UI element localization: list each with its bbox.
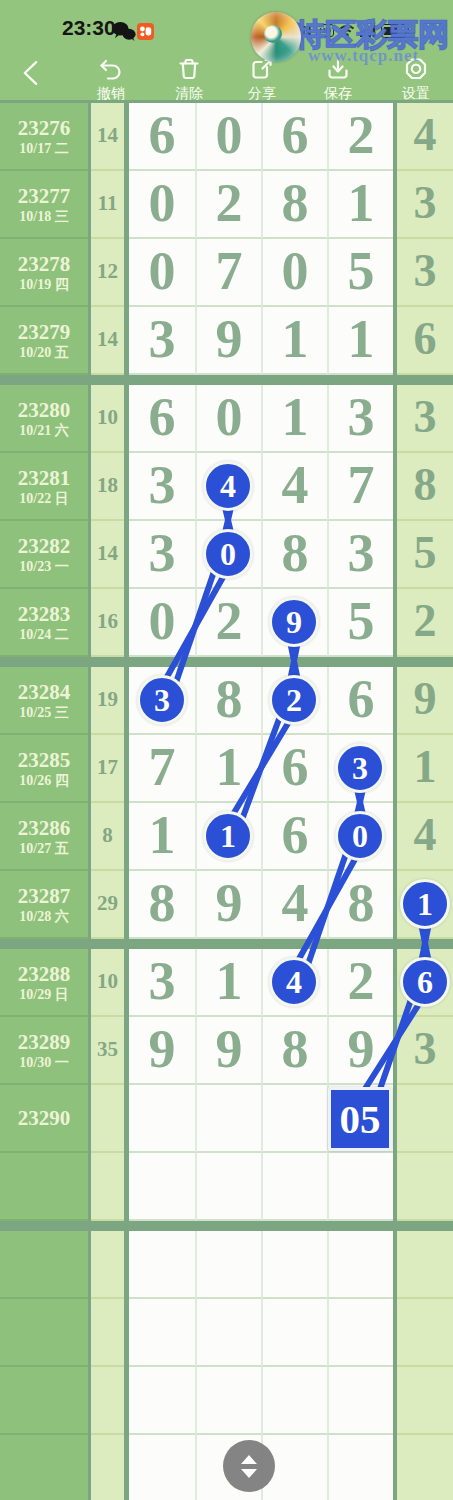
digit-cell[interactable] <box>129 1299 195 1367</box>
digit-cell[interactable]: 8 <box>261 171 327 239</box>
date-label: 10/19 四 <box>19 276 68 293</box>
table-row <box>0 1367 453 1435</box>
period-label: 23286 <box>18 816 71 840</box>
digit-cell[interactable]: 6 <box>129 385 195 453</box>
sum-cell: 14 <box>91 521 124 589</box>
period-cell: 2327810/19 四 <box>0 239 88 307</box>
date-label: 10/25 三 <box>19 704 68 721</box>
undo-icon <box>79 56 143 82</box>
date-label: 10/30 一 <box>19 1054 68 1071</box>
digit-cell[interactable] <box>129 1231 195 1299</box>
sum-cell <box>91 1153 124 1221</box>
table-row <box>0 1231 453 1299</box>
digit-cell[interactable]: 2 <box>327 949 393 1017</box>
tail-cell[interactable] <box>397 1153 453 1221</box>
period-cell: 2328810/29 日 <box>0 949 88 1017</box>
digit-cell[interactable]: 1 <box>327 171 393 239</box>
date-label: 10/17 二 <box>19 140 68 157</box>
tail-cell[interactable] <box>397 1435 453 1500</box>
table-row: 2328910/30 一3599893 <box>0 1017 453 1085</box>
period-cell: 2327910/20 五 <box>0 307 88 375</box>
digit-cell[interactable]: 7 <box>129 735 195 803</box>
tail-cell[interactable]: 9 <box>397 667 453 735</box>
digit-cell[interactable]: 9 <box>195 871 261 939</box>
period-cell <box>0 1435 88 1500</box>
period-cell: 2328910/30 一 <box>0 1017 88 1085</box>
sum-cell: 19 <box>91 667 124 735</box>
digit-cell[interactable]: 3 <box>129 949 195 1017</box>
period-cell <box>0 1299 88 1367</box>
trash-icon <box>157 56 221 82</box>
digit-cell[interactable] <box>195 1299 261 1367</box>
annotation-circle[interactable]: 0 <box>203 529 253 579</box>
period-label: 23278 <box>18 252 71 276</box>
digit-cell[interactable]: 4 <box>261 871 327 939</box>
sum-cell: 12 <box>91 239 124 307</box>
period-label: 23287 <box>18 884 71 908</box>
digit-cell[interactable] <box>195 1367 261 1435</box>
annotation-circle[interactable]: 2 <box>269 675 319 725</box>
period-cell <box>0 1367 88 1435</box>
scroll-handle[interactable] <box>223 1440 275 1492</box>
sum-cell: 35 <box>91 1017 124 1085</box>
table-row: 2328310/24 二1602952 <box>0 589 453 657</box>
digit-cell[interactable]: 6 <box>327 667 393 735</box>
share-button[interactable]: 分享 <box>230 56 294 103</box>
digit-cell[interactable]: 8 <box>195 667 261 735</box>
digit-cell[interactable]: 1 <box>261 307 327 375</box>
watermark-url: www.tqcp.net <box>308 46 419 66</box>
digit-cell[interactable] <box>327 1153 393 1221</box>
digit-cell[interactable]: 0 <box>261 239 327 307</box>
digit-cell[interactable]: 8 <box>261 521 327 589</box>
table-row <box>0 1153 453 1221</box>
kuaishou-icon <box>137 23 154 40</box>
annotation-circle[interactable]: 3 <box>335 743 385 793</box>
annotation-circle[interactable]: 3 <box>137 675 187 725</box>
period-cell: 2328310/24 二 <box>0 589 88 657</box>
table-row: 2327910/20 五1439116 <box>0 307 453 375</box>
annotation-circle[interactable]: 0 <box>335 811 385 861</box>
sum-cell: 16 <box>91 589 124 657</box>
period-cell: 2328210/23 一 <box>0 521 88 589</box>
digit-cell[interactable]: 0 <box>129 589 195 657</box>
sum-cell: 29 <box>91 871 124 939</box>
digit-cell[interactable] <box>129 1153 195 1221</box>
sum-cell: 18 <box>91 453 124 521</box>
digit-cell[interactable]: 1 <box>195 735 261 803</box>
digit-cell[interactable] <box>327 1231 393 1299</box>
period-cell <box>0 1153 88 1221</box>
period-label: 23280 <box>18 398 71 422</box>
table-row: 2328510/26 四1771631 <box>0 735 453 803</box>
table-row: 2328810/29 日1031426 <box>0 949 453 1017</box>
annotation-box[interactable]: 05 <box>328 1087 392 1151</box>
sum-cell: 17 <box>91 735 124 803</box>
table-row: 2328410/25 三1938269 <box>0 667 453 735</box>
date-label: 10/29 日 <box>19 986 68 1003</box>
tail-cell[interactable] <box>397 1085 453 1153</box>
sum-cell <box>91 1367 124 1435</box>
table-row: 2328010/21 六1060133 <box>0 385 453 453</box>
group-separator <box>0 939 453 949</box>
period-cell: 2327710/18 三 <box>0 171 88 239</box>
annotation-circle[interactable]: 9 <box>269 597 319 647</box>
digit-cell[interactable] <box>129 1435 195 1500</box>
sum-cell: 10 <box>91 385 124 453</box>
sum-cell: 14 <box>91 103 124 171</box>
date-label: 10/22 日 <box>19 490 68 507</box>
digit-cell[interactable] <box>261 1231 327 1299</box>
tail-cell[interactable]: 5 <box>397 521 453 589</box>
group-separator <box>0 1221 453 1231</box>
digit-cell[interactable]: 8 <box>261 1017 327 1085</box>
tail-cell[interactable]: 4 <box>397 803 453 871</box>
tail-cell[interactable]: 2 <box>397 589 453 657</box>
digit-cell[interactable]: 5 <box>327 239 393 307</box>
period-label: 23283 <box>18 602 71 626</box>
date-label: 10/20 五 <box>19 344 68 361</box>
tail-cell[interactable]: 3 <box>397 1017 453 1085</box>
annotation-circle[interactable]: 4 <box>269 957 319 1007</box>
period-label: 23290 <box>18 1106 71 1130</box>
period-cell: 2328610/27 五 <box>0 803 88 871</box>
clear-button[interactable]: 清除 <box>157 56 221 103</box>
period-cell: 2328710/28 六 <box>0 871 88 939</box>
tail-cell[interactable] <box>397 1367 453 1435</box>
digit-cell[interactable] <box>195 1153 261 1221</box>
digit-cell[interactable]: 3 <box>129 453 195 521</box>
digit-cell[interactable]: 8 <box>129 871 195 939</box>
digit-cell[interactable]: 8 <box>327 871 393 939</box>
date-label: 10/27 五 <box>19 840 68 857</box>
table-row: 2327810/19 四1207053 <box>0 239 453 307</box>
group-separator <box>0 375 453 385</box>
digit-cell[interactable] <box>327 1435 393 1500</box>
digit-cell[interactable]: 2 <box>195 589 261 657</box>
clock: 23:30 <box>62 16 116 40</box>
digit-cell[interactable]: 3 <box>129 521 195 589</box>
digit-cell[interactable]: 0 <box>129 171 195 239</box>
table-row: 2327710/18 三1102813 <box>0 171 453 239</box>
date-label: 10/18 三 <box>19 208 68 225</box>
digit-cell[interactable]: 2 <box>327 103 393 171</box>
tqcp-logo <box>251 12 301 62</box>
annotation-circle[interactable]: 6 <box>400 957 450 1007</box>
digit-cell[interactable] <box>261 1085 327 1153</box>
digit-cell[interactable]: 1 <box>327 307 393 375</box>
period-label: 23288 <box>18 962 71 986</box>
digit-cell[interactable]: 7 <box>327 453 393 521</box>
sum-cell: 14 <box>91 307 124 375</box>
digit-cell[interactable]: 9 <box>327 1017 393 1085</box>
period-label: 23276 <box>18 116 71 140</box>
sum-cell: 8 <box>91 803 124 871</box>
group-separator <box>0 657 453 667</box>
period-cell: 2327610/17 二 <box>0 103 88 171</box>
digit-cell[interactable] <box>195 1231 261 1299</box>
digit-cell[interactable]: 0 <box>129 239 195 307</box>
digit-cell[interactable] <box>261 1299 327 1367</box>
digit-cell[interactable]: 7 <box>195 239 261 307</box>
sum-cell <box>91 1435 124 1500</box>
period-cell: 2328110/22 日 <box>0 453 88 521</box>
trend-table: 2327610/17 二14606242327710/18 三110281323… <box>0 103 453 1500</box>
annotation-circle[interactable]: 1 <box>400 879 450 929</box>
tail-cell[interactable]: 4 <box>397 103 453 171</box>
digit-cell[interactable]: 6 <box>261 803 327 871</box>
period-label: 23279 <box>18 320 71 344</box>
digit-cell[interactable]: 3 <box>327 385 393 453</box>
table-row: 2327610/17 二1460624 <box>0 103 453 171</box>
period-label: 23277 <box>18 184 71 208</box>
period-label: 23282 <box>18 534 71 558</box>
arrow-down-icon <box>241 1469 257 1478</box>
digit-cell[interactable]: 3 <box>327 521 393 589</box>
period-cell: 2328010/21 六 <box>0 385 88 453</box>
digit-cell[interactable]: 6 <box>261 735 327 803</box>
digit-cell[interactable] <box>261 1367 327 1435</box>
digit-cell[interactable]: 0 <box>195 385 261 453</box>
date-label: 10/23 一 <box>19 558 68 575</box>
digit-cell[interactable] <box>327 1367 393 1435</box>
annotation-circle[interactable]: 1 <box>203 811 253 861</box>
period-cell: 23290 <box>0 1085 88 1153</box>
tail-cell[interactable]: 3 <box>397 171 453 239</box>
date-label: 10/28 六 <box>19 908 68 925</box>
digit-cell[interactable] <box>129 1367 195 1435</box>
digit-cell[interactable] <box>261 1153 327 1221</box>
undo-button[interactable]: 撤销 <box>79 56 143 103</box>
period-label: 23285 <box>18 748 71 772</box>
period-cell: 2328410/25 三 <box>0 667 88 735</box>
digit-cell[interactable]: 3 <box>129 307 195 375</box>
annotation-circle[interactable]: 4 <box>203 461 253 511</box>
wechat-icon <box>111 21 137 46</box>
app-screen: 23:30 N HD 特区彩票网 www <box>0 0 453 1500</box>
digit-cell[interactable]: 9 <box>195 307 261 375</box>
date-label: 10/24 二 <box>19 626 68 643</box>
digit-cell[interactable]: 5 <box>327 589 393 657</box>
table-row: 2328710/28 六2989481 <box>0 871 453 939</box>
arrow-up-icon <box>241 1455 257 1464</box>
digit-cell[interactable]: 2 <box>195 171 261 239</box>
tail-cell[interactable]: 1 <box>397 735 453 803</box>
period-label: 23281 <box>18 466 71 490</box>
digit-cell[interactable] <box>327 1299 393 1367</box>
tail-cell[interactable] <box>397 1231 453 1299</box>
sum-cell <box>91 1085 124 1153</box>
digit-cell[interactable]: 1 <box>129 803 195 871</box>
period-cell: 2328510/26 四 <box>0 735 88 803</box>
digit-cell[interactable]: 0 <box>195 103 261 171</box>
digit-cell[interactable]: 1 <box>195 949 261 1017</box>
sum-cell: 11 <box>91 171 124 239</box>
tail-cell[interactable]: 8 <box>397 453 453 521</box>
tail-cell[interactable] <box>397 1299 453 1367</box>
tail-cell[interactable]: 3 <box>397 239 453 307</box>
date-label: 10/26 四 <box>19 772 68 789</box>
sum-cell: 10 <box>91 949 124 1017</box>
digit-cell[interactable]: 6 <box>129 103 195 171</box>
back-button[interactable] <box>19 59 43 87</box>
tail-cell[interactable]: 6 <box>397 307 453 375</box>
sum-cell <box>91 1299 124 1367</box>
digit-cell[interactable]: 4 <box>261 453 327 521</box>
digit-cell[interactable]: 9 <box>195 1017 261 1085</box>
tail-cell[interactable]: 3 <box>397 385 453 453</box>
sum-cell <box>91 1231 124 1299</box>
period-label: 23284 <box>18 680 71 704</box>
period-label: 23289 <box>18 1030 71 1054</box>
digit-cell[interactable] <box>129 1085 195 1153</box>
table-row <box>0 1299 453 1367</box>
digit-cell[interactable] <box>195 1085 261 1153</box>
digit-cell[interactable]: 1 <box>261 385 327 453</box>
digit-cell[interactable]: 6 <box>261 103 327 171</box>
date-label: 10/21 六 <box>19 422 68 439</box>
digit-cell[interactable]: 9 <box>129 1017 195 1085</box>
period-cell <box>0 1231 88 1299</box>
